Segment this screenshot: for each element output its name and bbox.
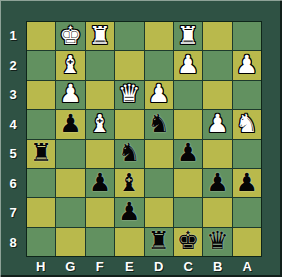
black-rook-d8: ♜ [147, 228, 169, 253]
white-knight-a4: ♞ [236, 111, 258, 136]
white-pawn-a2: ♟ [236, 52, 258, 77]
square-e2[interactable] [115, 51, 143, 79]
square-g2[interactable]: ♝ [56, 51, 84, 79]
square-a5[interactable] [233, 140, 261, 168]
rank-label-6: 6 [0, 169, 26, 199]
rank-label-4: 4 [0, 110, 26, 140]
rank-label-7: 7 [0, 198, 26, 228]
square-d4[interactable]: ♞ [145, 110, 173, 138]
square-e6[interactable]: ♝ [115, 169, 143, 197]
square-f1[interactable]: ♜ [86, 22, 114, 50]
file-labels: HGFEDCBA [26, 257, 262, 276]
square-f8[interactable] [86, 228, 114, 256]
square-b4[interactable]: ♟ [203, 110, 231, 138]
square-f2[interactable] [86, 51, 114, 79]
white-pawn-b4: ♟ [206, 111, 228, 136]
square-e1[interactable] [115, 22, 143, 50]
square-h4[interactable] [27, 110, 55, 138]
square-h2[interactable] [27, 51, 55, 79]
rank-label-3: 3 [0, 80, 26, 110]
rank-label-8: 8 [0, 228, 26, 258]
black-queen-b8: ♛ [206, 228, 228, 253]
black-pawn-b6: ♟ [206, 170, 228, 195]
white-bishop-f4: ♝ [89, 111, 111, 136]
square-g1[interactable]: ♚ [56, 22, 84, 50]
square-g8[interactable] [56, 228, 84, 256]
square-f7[interactable] [86, 198, 114, 226]
file-label-e: E [115, 257, 145, 276]
black-pawn-e7: ♟ [118, 199, 140, 224]
square-e7[interactable]: ♟ [115, 198, 143, 226]
black-king-c8: ♚ [177, 228, 199, 253]
square-h3[interactable] [27, 81, 55, 109]
square-e8[interactable] [115, 228, 143, 256]
square-h1[interactable] [27, 22, 55, 50]
square-d6[interactable] [145, 169, 173, 197]
square-a6[interactable]: ♟ [233, 169, 261, 197]
square-d2[interactable] [145, 51, 173, 79]
square-a4[interactable]: ♞ [233, 110, 261, 138]
square-c4[interactable] [174, 110, 202, 138]
square-h8[interactable] [27, 228, 55, 256]
square-a1[interactable] [233, 22, 261, 50]
square-f5[interactable] [86, 140, 114, 168]
rank-label-5: 5 [0, 139, 26, 169]
square-c5[interactable]: ♟ [174, 140, 202, 168]
white-rook-c1: ♜ [177, 23, 199, 48]
square-d3[interactable]: ♟ [145, 81, 173, 109]
square-e4[interactable] [115, 110, 143, 138]
rank-label-1: 1 [0, 21, 26, 51]
square-b2[interactable] [203, 51, 231, 79]
square-b8[interactable]: ♛ [203, 228, 231, 256]
square-c6[interactable] [174, 169, 202, 197]
chess-board-panel: 12345678 ♚♜♜♝♟♟♟♛♟♟♝♞♟♞♜♞♟♟♝♟♟♟♜♚♛ HGFED… [0, 0, 282, 277]
square-b6[interactable]: ♟ [203, 169, 231, 197]
file-label-h: H [26, 257, 56, 276]
file-label-d: D [144, 257, 174, 276]
square-g6[interactable] [56, 169, 84, 197]
square-h7[interactable] [27, 198, 55, 226]
black-pawn-f6: ♟ [89, 170, 111, 195]
white-pawn-c2: ♟ [177, 52, 199, 77]
white-queen-e3: ♛ [118, 81, 140, 106]
white-bishop-g2: ♝ [59, 52, 81, 77]
square-e5[interactable]: ♞ [115, 140, 143, 168]
square-f4[interactable]: ♝ [86, 110, 114, 138]
white-pawn-d3: ♟ [147, 81, 169, 106]
square-e3[interactable]: ♛ [115, 81, 143, 109]
square-a3[interactable] [233, 81, 261, 109]
black-pawn-c5: ♟ [177, 140, 199, 165]
square-h5[interactable]: ♜ [27, 140, 55, 168]
square-d5[interactable] [145, 140, 173, 168]
square-g4[interactable]: ♟ [56, 110, 84, 138]
square-a8[interactable] [233, 228, 261, 256]
black-knight-e5: ♞ [118, 140, 140, 165]
file-label-f: F [85, 257, 115, 276]
square-h6[interactable] [27, 169, 55, 197]
rank-labels: 12345678 [0, 21, 26, 257]
black-bishop-e6: ♝ [118, 170, 140, 195]
square-g3[interactable]: ♟ [56, 81, 84, 109]
black-knight-d4: ♞ [147, 111, 169, 136]
square-b3[interactable] [203, 81, 231, 109]
square-c8[interactable]: ♚ [174, 228, 202, 256]
square-b7[interactable] [203, 198, 231, 226]
square-d8[interactable]: ♜ [145, 228, 173, 256]
square-a7[interactable] [233, 198, 261, 226]
white-rook-f1: ♜ [89, 23, 111, 48]
file-label-c: C [174, 257, 204, 276]
square-a2[interactable]: ♟ [233, 51, 261, 79]
square-c2[interactable]: ♟ [174, 51, 202, 79]
file-label-b: B [203, 257, 233, 276]
square-c1[interactable]: ♜ [174, 22, 202, 50]
white-king-g1: ♚ [59, 23, 81, 48]
square-f3[interactable] [86, 81, 114, 109]
square-g5[interactable] [56, 140, 84, 168]
square-d1[interactable] [145, 22, 173, 50]
square-d7[interactable] [145, 198, 173, 226]
black-pawn-a6: ♟ [236, 170, 258, 195]
square-c7[interactable] [174, 198, 202, 226]
square-f6[interactable]: ♟ [86, 169, 114, 197]
square-b5[interactable] [203, 140, 231, 168]
square-b1[interactable] [203, 22, 231, 50]
square-c3[interactable] [174, 81, 202, 109]
file-label-a: A [233, 257, 263, 276]
black-pawn-g4: ♟ [59, 111, 81, 136]
black-rook-h5: ♜ [30, 140, 52, 165]
rank-label-2: 2 [0, 51, 26, 81]
chess-board: ♚♜♜♝♟♟♟♛♟♟♝♞♟♞♜♞♟♟♝♟♟♟♜♚♛ [26, 21, 262, 257]
file-label-g: G [56, 257, 86, 276]
white-pawn-g3: ♟ [59, 81, 81, 106]
square-g7[interactable] [56, 198, 84, 226]
